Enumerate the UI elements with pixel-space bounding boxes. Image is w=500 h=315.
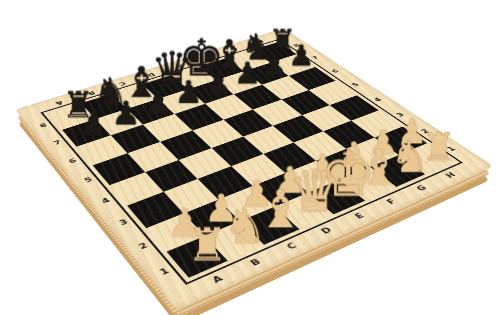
rank-label-left: 4 [99, 196, 111, 205]
file-label-bottom: C [284, 240, 298, 250]
board-surface: ♜♞♝♛♚♝♞♜♟♟♟♟♟♟♟♟♟♟♟♟♟♟♟♟♜♞♝♛♚♝♞♜ AA11BB2… [15, 28, 493, 310]
black-pawn: ♟ [144, 87, 173, 119]
piece-anchor: ♞ [226, 243, 263, 259]
rank-label-left: 3 [117, 217, 130, 226]
black-pawn: ♟ [175, 77, 203, 108]
file-label-bottom: E [352, 211, 366, 220]
white-knight: ♞ [223, 202, 267, 251]
product-photo-scene: ♜♞♝♛♚♝♞♜♟♟♟♟♟♟♟♟♟♟♟♟♟♟♟♟♜♞♝♛♚♝♞♜ AA11BB2… [0, 0, 500, 315]
piece-anchor: ♜ [188, 259, 227, 276]
rank-label-left: 2 [136, 240, 149, 250]
rank-label-left: 7 [52, 139, 63, 146]
file-label-bottom: D [318, 225, 333, 235]
file-label-bottom: A [209, 273, 224, 285]
rank-label-left: 1 [157, 265, 171, 276]
square-a1: ♜ [167, 236, 228, 277]
file-label-bottom: H [443, 170, 458, 179]
piece-anchor: ♝ [263, 228, 298, 243]
rank-label-right: 5 [350, 82, 361, 88]
rank-label-left: 8 [38, 122, 48, 129]
rank-label-right: 6 [329, 68, 340, 74]
rank-label-left: 6 [67, 156, 78, 164]
black-pawn: ♟ [112, 97, 141, 130]
squares-grid: ♜♞♝♛♚♝♞♜♟♟♟♟♟♟♟♟♟♟♟♟♟♟♟♟♜♞♝♛♚♝♞♜ [48, 42, 454, 278]
black-pawn: ♟ [78, 107, 108, 140]
white-rook: ♜ [187, 222, 228, 267]
black-pawn: ♟ [261, 50, 288, 80]
black-pawn: ♟ [205, 68, 233, 99]
chess-board: ♜♞♝♛♚♝♞♜♟♟♟♟♟♟♟♟♟♟♟♟♟♟♟♟♜♞♝♛♚♝♞♜ AA11BB2… [15, 28, 493, 310]
rank-label-right: 4 [371, 96, 382, 102]
file-label-bottom: F [384, 197, 398, 206]
file-label-bottom: G [413, 183, 428, 192]
file-label-bottom: B [247, 256, 262, 267]
black-pawn: ♟ [234, 59, 261, 89]
rank-label-left: 5 [82, 175, 94, 183]
